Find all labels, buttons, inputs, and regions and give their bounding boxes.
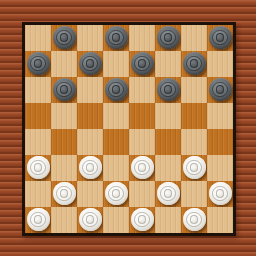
square-b8[interactable]	[51, 25, 77, 51]
dark-piece[interactable]	[209, 78, 232, 101]
square-a6[interactable]	[25, 77, 51, 103]
board	[22, 22, 236, 236]
square-a4[interactable]	[25, 129, 51, 155]
dark-piece[interactable]	[131, 52, 154, 75]
white-piece[interactable]	[27, 156, 50, 179]
square-f4[interactable]	[155, 129, 181, 155]
dark-piece[interactable]	[79, 52, 102, 75]
square-e7[interactable]	[129, 51, 155, 77]
square-e2[interactable]	[129, 181, 155, 207]
square-g1[interactable]	[181, 207, 207, 233]
square-g5[interactable]	[181, 103, 207, 129]
white-piece[interactable]	[131, 208, 154, 231]
square-e5[interactable]	[129, 103, 155, 129]
square-h6[interactable]	[207, 77, 233, 103]
dark-piece[interactable]	[105, 78, 128, 101]
square-a1[interactable]	[25, 207, 51, 233]
white-piece[interactable]	[131, 156, 154, 179]
square-g7[interactable]	[181, 51, 207, 77]
square-d2[interactable]	[103, 181, 129, 207]
square-d3[interactable]	[103, 155, 129, 181]
white-piece[interactable]	[79, 208, 102, 231]
white-piece[interactable]	[105, 182, 128, 205]
square-e4[interactable]	[129, 129, 155, 155]
square-c5[interactable]	[77, 103, 103, 129]
square-g8[interactable]	[181, 25, 207, 51]
square-b5[interactable]	[51, 103, 77, 129]
square-f3[interactable]	[155, 155, 181, 181]
square-h2[interactable]	[207, 181, 233, 207]
square-e3[interactable]	[129, 155, 155, 181]
square-a7[interactable]	[25, 51, 51, 77]
square-d1[interactable]	[103, 207, 129, 233]
square-d7[interactable]	[103, 51, 129, 77]
square-f8[interactable]	[155, 25, 181, 51]
square-c2[interactable]	[77, 181, 103, 207]
white-piece[interactable]	[79, 156, 102, 179]
square-b2[interactable]	[51, 181, 77, 207]
square-h7[interactable]	[207, 51, 233, 77]
square-a2[interactable]	[25, 181, 51, 207]
square-b7[interactable]	[51, 51, 77, 77]
wood-table-background	[0, 0, 256, 256]
white-piece[interactable]	[183, 208, 206, 231]
dark-piece[interactable]	[209, 26, 232, 49]
square-d6[interactable]	[103, 77, 129, 103]
square-d5[interactable]	[103, 103, 129, 129]
dark-piece[interactable]	[53, 26, 76, 49]
square-a5[interactable]	[25, 103, 51, 129]
white-piece[interactable]	[27, 208, 50, 231]
square-h5[interactable]	[207, 103, 233, 129]
dark-piece[interactable]	[157, 26, 180, 49]
square-c1[interactable]	[77, 207, 103, 233]
square-g3[interactable]	[181, 155, 207, 181]
square-d8[interactable]	[103, 25, 129, 51]
square-c3[interactable]	[77, 155, 103, 181]
square-e1[interactable]	[129, 207, 155, 233]
square-d4[interactable]	[103, 129, 129, 155]
square-c6[interactable]	[77, 77, 103, 103]
square-a8[interactable]	[25, 25, 51, 51]
square-b4[interactable]	[51, 129, 77, 155]
square-a3[interactable]	[25, 155, 51, 181]
white-piece[interactable]	[209, 182, 232, 205]
square-b3[interactable]	[51, 155, 77, 181]
square-h8[interactable]	[207, 25, 233, 51]
square-c7[interactable]	[77, 51, 103, 77]
dark-piece[interactable]	[27, 52, 50, 75]
square-h3[interactable]	[207, 155, 233, 181]
white-piece[interactable]	[157, 182, 180, 205]
square-h4[interactable]	[207, 129, 233, 155]
square-c4[interactable]	[77, 129, 103, 155]
dark-piece[interactable]	[157, 78, 180, 101]
square-h1[interactable]	[207, 207, 233, 233]
square-g6[interactable]	[181, 77, 207, 103]
square-f7[interactable]	[155, 51, 181, 77]
square-e6[interactable]	[129, 77, 155, 103]
square-f5[interactable]	[155, 103, 181, 129]
dark-piece[interactable]	[105, 26, 128, 49]
dark-piece[interactable]	[53, 78, 76, 101]
white-piece[interactable]	[53, 182, 76, 205]
square-e8[interactable]	[129, 25, 155, 51]
white-piece[interactable]	[183, 156, 206, 179]
square-b6[interactable]	[51, 77, 77, 103]
square-b1[interactable]	[51, 207, 77, 233]
square-f1[interactable]	[155, 207, 181, 233]
square-f6[interactable]	[155, 77, 181, 103]
square-g2[interactable]	[181, 181, 207, 207]
square-c8[interactable]	[77, 25, 103, 51]
dark-piece[interactable]	[183, 52, 206, 75]
square-f2[interactable]	[155, 181, 181, 207]
square-g4[interactable]	[181, 129, 207, 155]
